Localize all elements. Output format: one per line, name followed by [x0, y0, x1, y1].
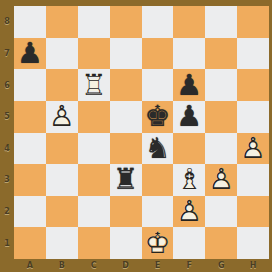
file-label-c: C: [78, 259, 110, 272]
square-c6[interactable]: ♜♖: [78, 69, 110, 101]
square-h4[interactable]: ♟♙: [237, 133, 269, 165]
white-king-e1[interactable]: ♚♔: [142, 227, 174, 259]
black-piece-body: ♟: [17, 39, 43, 68]
square-c7[interactable]: [78, 38, 110, 70]
file-label-g: G: [205, 259, 237, 272]
square-h1[interactable]: [237, 227, 269, 259]
file-label-e: E: [142, 259, 174, 272]
square-g6[interactable]: [205, 69, 237, 101]
square-h7[interactable]: [237, 38, 269, 70]
square-c3[interactable]: [78, 164, 110, 196]
square-g4[interactable]: [205, 133, 237, 165]
white-piece-outline: ♙: [240, 134, 266, 163]
square-g7[interactable]: [205, 38, 237, 70]
square-f2[interactable]: ♟♙: [173, 196, 205, 228]
file-label-a: A: [14, 259, 46, 272]
rank-labels: 87654321: [0, 6, 14, 259]
square-e6[interactable]: [142, 69, 174, 101]
square-e2[interactable]: [142, 196, 174, 228]
white-piece-outline: ♔: [144, 229, 170, 258]
rank-label-8: 8: [0, 6, 14, 38]
black-piece-body: ♜: [113, 165, 139, 194]
square-d8[interactable]: [110, 6, 142, 38]
square-d6[interactable]: [110, 69, 142, 101]
square-d2[interactable]: [110, 196, 142, 228]
square-c1[interactable]: [78, 227, 110, 259]
rank-label-1: 1: [0, 227, 14, 259]
square-a8[interactable]: [14, 6, 46, 38]
white-piece-outline: ♙: [176, 197, 202, 226]
square-b7[interactable]: [46, 38, 78, 70]
square-b5[interactable]: ♟♙: [46, 101, 78, 133]
square-e5[interactable]: ♚: [142, 101, 174, 133]
square-e3[interactable]: [142, 164, 174, 196]
rank-label-5: 5: [0, 101, 14, 133]
rank-label-7: 7: [0, 38, 14, 70]
square-a6[interactable]: [14, 69, 46, 101]
black-rook-d3[interactable]: ♜: [110, 164, 142, 196]
black-pawn-f5[interactable]: ♟: [173, 101, 205, 133]
white-piece-outline: ♗: [176, 165, 202, 194]
black-piece-body: ♟: [176, 102, 202, 131]
square-f6[interactable]: ♟: [173, 69, 205, 101]
white-pawn-f2[interactable]: ♟♙: [173, 196, 205, 228]
white-pawn-b5[interactable]: ♟♙: [46, 101, 78, 133]
file-label-d: D: [110, 259, 142, 272]
square-a2[interactable]: [14, 196, 46, 228]
square-a3[interactable]: [14, 164, 46, 196]
square-g2[interactable]: [205, 196, 237, 228]
square-e8[interactable]: [142, 6, 174, 38]
square-b3[interactable]: [46, 164, 78, 196]
rank-label-3: 3: [0, 164, 14, 196]
square-b8[interactable]: [46, 6, 78, 38]
square-e7[interactable]: [142, 38, 174, 70]
square-b2[interactable]: [46, 196, 78, 228]
square-f3[interactable]: ♝♗: [173, 164, 205, 196]
square-d4[interactable]: [110, 133, 142, 165]
square-f1[interactable]: [173, 227, 205, 259]
square-h8[interactable]: [237, 6, 269, 38]
square-b1[interactable]: [46, 227, 78, 259]
black-piece-body: ♟: [176, 71, 202, 100]
square-c2[interactable]: [78, 196, 110, 228]
square-h2[interactable]: [237, 196, 269, 228]
file-labels: ABCDEFGH: [14, 259, 269, 272]
square-g3[interactable]: ♟♙: [205, 164, 237, 196]
rank-label-6: 6: [0, 69, 14, 101]
chess-board-frame: 87654321 ABCDEFGH ♟♜♖♟♟♙♚♟♞♟♙♜♝♗♟♙♟♙♚♔: [0, 0, 272, 272]
square-e4[interactable]: ♞: [142, 133, 174, 165]
white-piece-outline: ♙: [208, 165, 234, 194]
square-d1[interactable]: [110, 227, 142, 259]
square-f4[interactable]: [173, 133, 205, 165]
square-d3[interactable]: ♜: [110, 164, 142, 196]
rank-label-4: 4: [0, 133, 14, 165]
square-c4[interactable]: [78, 133, 110, 165]
square-h3[interactable]: [237, 164, 269, 196]
rank-label-2: 2: [0, 196, 14, 228]
square-h6[interactable]: [237, 69, 269, 101]
square-b6[interactable]: [46, 69, 78, 101]
square-f7[interactable]: [173, 38, 205, 70]
square-c5[interactable]: [78, 101, 110, 133]
square-b4[interactable]: [46, 133, 78, 165]
square-e1[interactable]: ♚♔: [142, 227, 174, 259]
square-h5[interactable]: [237, 101, 269, 133]
file-label-b: B: [46, 259, 78, 272]
black-knight-e4[interactable]: ♞: [142, 133, 174, 165]
black-piece-body: ♚: [144, 102, 170, 131]
black-pawn-f6[interactable]: ♟: [173, 69, 205, 101]
square-g1[interactable]: [205, 227, 237, 259]
square-g8[interactable]: [205, 6, 237, 38]
square-d7[interactable]: [110, 38, 142, 70]
square-g5[interactable]: [205, 101, 237, 133]
chess-board[interactable]: ♟♜♖♟♟♙♚♟♞♟♙♜♝♗♟♙♟♙♚♔: [14, 6, 269, 259]
black-king-e5[interactable]: ♚: [142, 101, 174, 133]
square-a1[interactable]: [14, 227, 46, 259]
file-label-f: F: [173, 259, 205, 272]
black-piece-body: ♞: [144, 134, 170, 163]
square-a5[interactable]: [14, 101, 46, 133]
white-bishop-f3[interactable]: ♝♗: [173, 164, 205, 196]
square-a4[interactable]: [14, 133, 46, 165]
square-d5[interactable]: [110, 101, 142, 133]
square-f8[interactable]: [173, 6, 205, 38]
file-label-h: H: [237, 259, 269, 272]
white-pawn-h4[interactable]: ♟♙: [237, 133, 269, 165]
white-piece-outline: ♖: [81, 71, 107, 100]
square-c8[interactable]: [78, 6, 110, 38]
black-pawn-a7[interactable]: ♟: [14, 38, 46, 70]
white-piece-outline: ♙: [49, 102, 75, 131]
white-rook-c6[interactable]: ♜♖: [78, 69, 110, 101]
square-f5[interactable]: ♟: [173, 101, 205, 133]
square-a7[interactable]: ♟: [14, 38, 46, 70]
white-pawn-g3[interactable]: ♟♙: [205, 164, 237, 196]
